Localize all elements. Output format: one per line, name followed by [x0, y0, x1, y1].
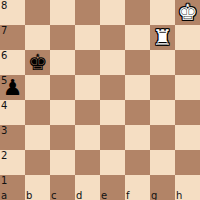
- rank-label-1: 1: [1, 175, 7, 186]
- piece-black-pawn[interactable]: ♟: [0, 75, 25, 100]
- square-g2[interactable]: [150, 150, 175, 175]
- square-f3[interactable]: [125, 125, 150, 150]
- square-d6[interactable]: [75, 50, 100, 75]
- square-c3[interactable]: [50, 125, 75, 150]
- square-h3[interactable]: [175, 125, 200, 150]
- file-label-h: h: [176, 190, 182, 200]
- square-f2[interactable]: [125, 150, 150, 175]
- rank-label-3: 3: [1, 125, 7, 136]
- file-label-f: f: [126, 190, 130, 200]
- file-label-d: d: [76, 190, 82, 200]
- square-f7[interactable]: [125, 25, 150, 50]
- square-a3[interactable]: 3: [0, 125, 25, 150]
- piece-black-king[interactable]: ♚: [25, 50, 50, 75]
- square-f4[interactable]: [125, 100, 150, 125]
- square-a5[interactable]: 5♟: [0, 75, 25, 100]
- square-g7[interactable]: ♜: [150, 25, 175, 50]
- square-e8[interactable]: [100, 0, 125, 25]
- piece-white-king[interactable]: ♚: [175, 0, 200, 25]
- square-f1[interactable]: f: [125, 175, 150, 200]
- square-e1[interactable]: e: [100, 175, 125, 200]
- square-a8[interactable]: 8: [0, 0, 25, 25]
- file-label-e: e: [101, 190, 107, 200]
- rank-label-2: 2: [1, 150, 7, 161]
- file-label-b: b: [26, 190, 32, 200]
- square-b7[interactable]: [25, 25, 50, 50]
- file-label-g: g: [151, 190, 157, 200]
- square-g8[interactable]: [150, 0, 175, 25]
- rank-label-7: 7: [1, 25, 7, 36]
- square-f8[interactable]: [125, 0, 150, 25]
- square-f6[interactable]: [125, 50, 150, 75]
- square-e7[interactable]: [100, 25, 125, 50]
- rank-label-8: 8: [1, 0, 7, 11]
- square-g5[interactable]: [150, 75, 175, 100]
- chess-board: 8♚7♜6♚5♟4321abcdefgh: [0, 0, 200, 200]
- square-e6[interactable]: [100, 50, 125, 75]
- square-a4[interactable]: 4: [0, 100, 25, 125]
- square-b3[interactable]: [25, 125, 50, 150]
- square-g6[interactable]: [150, 50, 175, 75]
- square-g1[interactable]: g: [150, 175, 175, 200]
- file-label-c: c: [51, 190, 57, 200]
- square-a6[interactable]: 6: [0, 50, 25, 75]
- rank-label-6: 6: [1, 50, 7, 61]
- square-c7[interactable]: [50, 25, 75, 50]
- square-b2[interactable]: [25, 150, 50, 175]
- square-h7[interactable]: [175, 25, 200, 50]
- square-d2[interactable]: [75, 150, 100, 175]
- square-d3[interactable]: [75, 125, 100, 150]
- rank-label-4: 4: [1, 100, 7, 111]
- square-c1[interactable]: c: [50, 175, 75, 200]
- square-d5[interactable]: [75, 75, 100, 100]
- square-d1[interactable]: d: [75, 175, 100, 200]
- square-e3[interactable]: [100, 125, 125, 150]
- square-g4[interactable]: [150, 100, 175, 125]
- square-d8[interactable]: [75, 0, 100, 25]
- square-c5[interactable]: [50, 75, 75, 100]
- square-h6[interactable]: [175, 50, 200, 75]
- square-d7[interactable]: [75, 25, 100, 50]
- square-a7[interactable]: 7: [0, 25, 25, 50]
- square-a1[interactable]: 1a: [0, 175, 25, 200]
- square-e5[interactable]: [100, 75, 125, 100]
- square-h4[interactable]: [175, 100, 200, 125]
- square-b6[interactable]: ♚: [25, 50, 50, 75]
- square-e2[interactable]: [100, 150, 125, 175]
- square-g3[interactable]: [150, 125, 175, 150]
- piece-white-rook[interactable]: ♜: [150, 25, 175, 50]
- square-b4[interactable]: [25, 100, 50, 125]
- square-h8[interactable]: ♚: [175, 0, 200, 25]
- square-b5[interactable]: [25, 75, 50, 100]
- square-c4[interactable]: [50, 100, 75, 125]
- square-e4[interactable]: [100, 100, 125, 125]
- square-d4[interactable]: [75, 100, 100, 125]
- square-a2[interactable]: 2: [0, 150, 25, 175]
- square-b1[interactable]: b: [25, 175, 50, 200]
- square-b8[interactable]: [25, 0, 50, 25]
- square-c6[interactable]: [50, 50, 75, 75]
- square-h1[interactable]: h: [175, 175, 200, 200]
- square-h5[interactable]: [175, 75, 200, 100]
- file-label-a: a: [1, 190, 7, 200]
- square-c2[interactable]: [50, 150, 75, 175]
- square-h2[interactable]: [175, 150, 200, 175]
- square-c8[interactable]: [50, 0, 75, 25]
- square-f5[interactable]: [125, 75, 150, 100]
